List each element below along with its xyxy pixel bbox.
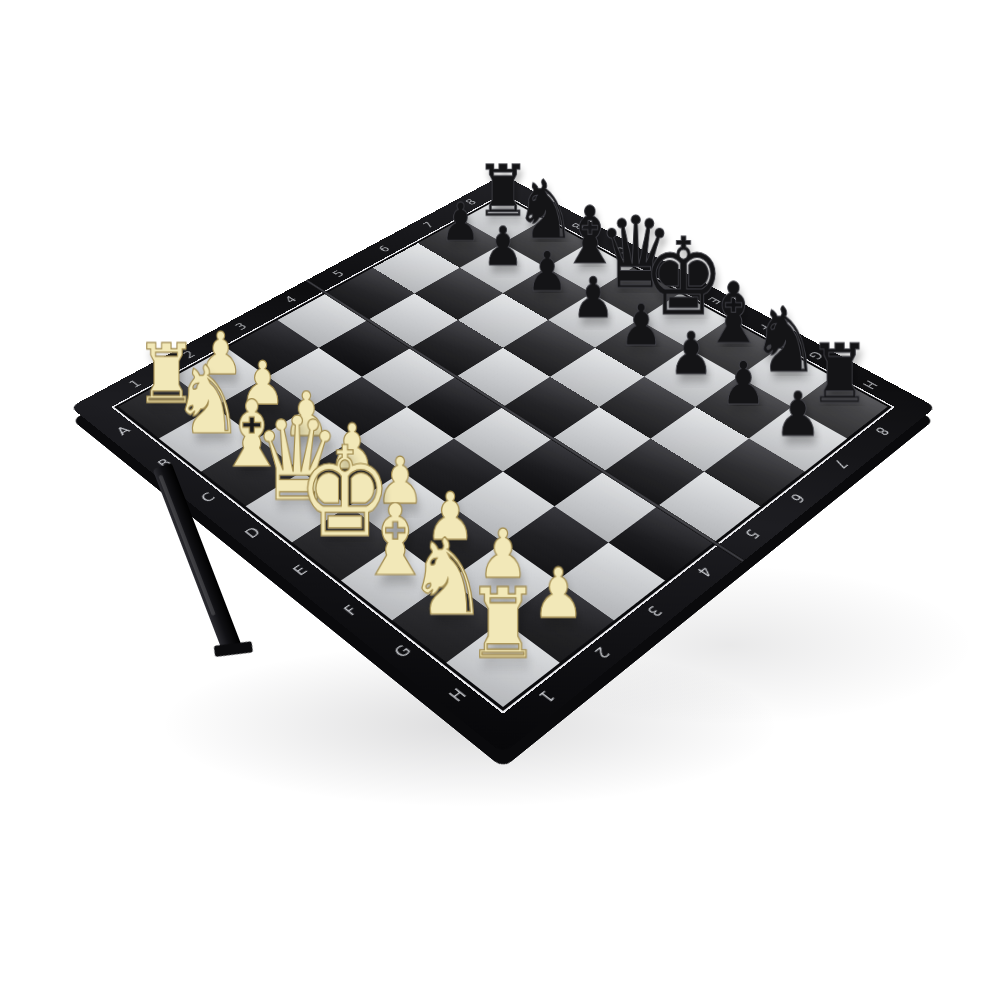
- white-rook: ♜: [466, 585, 540, 663]
- file-label-a: A: [115, 425, 133, 437]
- rank-label-5: 5: [332, 270, 347, 279]
- square-h1: ♜: [446, 621, 560, 707]
- black-pawn: ♟: [619, 302, 663, 348]
- rank-label-5: 5: [742, 527, 761, 540]
- rank-label-8: 8: [873, 425, 891, 437]
- rank-label-6: 6: [378, 245, 393, 254]
- file-label-g: G: [393, 644, 415, 661]
- file-label-d: D: [244, 526, 264, 540]
- file-label-c: C: [199, 491, 218, 504]
- rank-label-7: 7: [422, 221, 437, 229]
- rank-label-1: 1: [536, 688, 557, 704]
- rank-label-6: 6: [788, 491, 807, 504]
- black-pawn: ♟: [572, 275, 615, 320]
- file-label-e: E: [292, 564, 311, 578]
- rank-label-4: 4: [284, 295, 300, 305]
- black-pawn: ♟: [440, 201, 480, 243]
- black-pawn: ♟: [775, 390, 822, 439]
- rank-label-3: 3: [644, 603, 664, 618]
- rank-label-4: 4: [694, 564, 714, 578]
- black-pawn: ♟: [482, 225, 523, 268]
- file-label-f: F: [342, 603, 361, 617]
- black-pawn: ♟: [526, 249, 568, 293]
- product-photo-scene: ♜♞♝♛♚♝♞♜♟♟♟♟♟♟♟♟♟♟♟♟♟♟♟♟♜♞♝♛♚♝♞♜ ABCDEFG…: [0, 0, 1000, 1000]
- board-frame: ♜♞♝♛♚♝♞♜♟♟♟♟♟♟♟♟♟♟♟♟♟♟♟♟♜♞♝♛♚♝♞♜ ABCDEFG…: [70, 175, 935, 754]
- rank-label-2: 2: [592, 644, 613, 659]
- rank-label-7: 7: [831, 457, 850, 469]
- black-pawn: ♟: [669, 330, 714, 377]
- black-pawn: ♟: [721, 359, 767, 407]
- square-h6: [704, 439, 805, 507]
- chess-board-3d: ♜♞♝♛♚♝♞♜♟♟♟♟♟♟♟♟♟♟♟♟♟♟♟♟♜♞♝♛♚♝♞♜ ABCDEFG…: [70, 175, 935, 754]
- file-label-h: H: [448, 687, 470, 704]
